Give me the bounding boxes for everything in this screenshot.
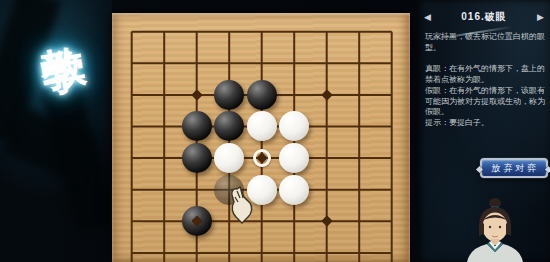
teaching-banner: 教学 [0,0,112,262]
tutor-avatar [455,196,535,262]
game-screen: 教学 ◀ 016.破眼 ▶ 玩家持黑，破去标记位置白棋的眼型。 真眼：在有外气的… [0,0,550,262]
lesson-title: 016.破眼 [461,10,506,24]
lesson-intro: 玩家持黑，破去标记位置白棋的眼型。 [425,32,546,53]
lesson-text: 玩家持黑，破去标记位置白棋的眼型。 真眼：在有外气的情形下，盘上的禁着点被称为眼… [425,32,546,129]
black-stone [214,111,244,141]
black-stone [182,111,212,141]
star-point [321,89,332,100]
stones-grid [115,16,408,262]
white-stone [279,111,309,141]
white-stone [214,143,244,173]
black-stone [247,80,277,110]
white-stone [279,143,309,173]
go-board[interactable] [112,13,410,262]
false-eye-rule: 假眼：在有外气的情形下，该眼有可能因为被对方提取或生动，称为假眼。 [425,86,546,118]
lesson-hint: 提示：要提白子。 [425,118,546,129]
black-stone [182,143,212,173]
white-stone [279,175,309,205]
star-point [191,89,202,100]
hand-cursor-icon[interactable] [226,183,256,227]
real-eye-rule: 真眼：在有外气的情形下，盘上的禁着点被称为眼。 [425,64,546,85]
prev-lesson-icon[interactable]: ◀ [424,11,431,23]
lesson-header: ◀ 016.破眼 ▶ [424,10,544,24]
star-point [321,216,332,227]
black-stone [214,80,244,110]
white-stone [247,111,277,141]
next-lesson-icon[interactable]: ▶ [537,11,544,23]
give-up-button[interactable]: 放弃对弈 [480,158,548,178]
